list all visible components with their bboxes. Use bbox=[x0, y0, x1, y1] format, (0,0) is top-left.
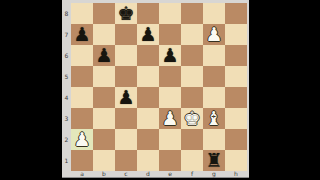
square-a6 bbox=[71, 45, 93, 66]
piece-black-king-c8: ♚ bbox=[115, 3, 137, 24]
square-g1: ♜ bbox=[203, 150, 225, 171]
square-a8 bbox=[71, 3, 93, 24]
rank-label-4: 4 bbox=[62, 87, 71, 108]
piece-black-pawn-d7: ♟ bbox=[137, 24, 159, 45]
square-b8 bbox=[93, 3, 115, 24]
piece-white-pawn-a2: ♟ bbox=[71, 129, 93, 150]
rank-label-7: 7 bbox=[62, 24, 71, 45]
square-b4 bbox=[93, 87, 115, 108]
piece-black-pawn-e6: ♟ bbox=[159, 45, 181, 66]
square-d8 bbox=[137, 3, 159, 24]
square-d6 bbox=[137, 45, 159, 66]
piece-white-king-f3: ♚ bbox=[181, 108, 203, 129]
rank-label-2: 2 bbox=[62, 129, 71, 150]
square-c5 bbox=[115, 66, 137, 87]
file-label-e: e bbox=[159, 170, 181, 177]
file-label-a: a bbox=[71, 170, 93, 177]
square-h1 bbox=[225, 150, 247, 171]
piece-white-bishop-g3: ♝ bbox=[203, 108, 225, 129]
square-g2 bbox=[203, 129, 225, 150]
square-h8 bbox=[225, 3, 247, 24]
piece-black-rook-g1: ♜ bbox=[203, 150, 225, 171]
file-label-b: b bbox=[93, 170, 115, 177]
square-b3 bbox=[93, 108, 115, 129]
square-c2 bbox=[115, 129, 137, 150]
square-d1 bbox=[137, 150, 159, 171]
file-label-f: f bbox=[181, 170, 203, 177]
square-e6: ♟ bbox=[159, 45, 181, 66]
square-h4 bbox=[225, 87, 247, 108]
rank-label-6: 6 bbox=[62, 45, 71, 66]
piece-black-pawn-a7: ♟ bbox=[71, 24, 93, 45]
rank-label-3: 3 bbox=[62, 108, 71, 129]
square-g7: ♟ bbox=[203, 24, 225, 45]
square-e2 bbox=[159, 129, 181, 150]
square-f6 bbox=[181, 45, 203, 66]
square-d4 bbox=[137, 87, 159, 108]
piece-white-pawn-g7: ♟ bbox=[203, 24, 225, 45]
square-e8 bbox=[159, 3, 181, 24]
rank-label-1: 1 bbox=[62, 150, 71, 171]
square-d5 bbox=[137, 66, 159, 87]
square-a5 bbox=[71, 66, 93, 87]
square-a7: ♟ bbox=[71, 24, 93, 45]
rank-label-5: 5 bbox=[62, 66, 71, 87]
square-h6 bbox=[225, 45, 247, 66]
square-g5 bbox=[203, 66, 225, 87]
square-e7 bbox=[159, 24, 181, 45]
file-label-h: h bbox=[225, 170, 247, 177]
chess-board: ♚♟♟♟♟♟♟♟♚♝♟♜ bbox=[71, 3, 247, 171]
square-h3 bbox=[225, 108, 247, 129]
rank-label-8: 8 bbox=[62, 3, 71, 24]
square-a4 bbox=[71, 87, 93, 108]
square-c3 bbox=[115, 108, 137, 129]
square-e3: ♟ bbox=[159, 108, 181, 129]
square-e1 bbox=[159, 150, 181, 171]
square-d2 bbox=[137, 129, 159, 150]
piece-black-pawn-c4: ♟ bbox=[115, 87, 137, 108]
square-c1 bbox=[115, 150, 137, 171]
piece-black-pawn-b6: ♟ bbox=[93, 45, 115, 66]
square-f1 bbox=[181, 150, 203, 171]
square-b1 bbox=[93, 150, 115, 171]
square-f2 bbox=[181, 129, 203, 150]
square-g6 bbox=[203, 45, 225, 66]
square-d3 bbox=[137, 108, 159, 129]
square-c7 bbox=[115, 24, 137, 45]
square-g8 bbox=[203, 3, 225, 24]
square-h2 bbox=[225, 129, 247, 150]
file-label-d: d bbox=[137, 170, 159, 177]
page-background: ♚♟♟♟♟♟♟♟♚♝♟♜ 87654321abcdefgh bbox=[0, 0, 320, 180]
square-a1 bbox=[71, 150, 93, 171]
square-f8 bbox=[181, 3, 203, 24]
square-e5 bbox=[159, 66, 181, 87]
square-f7 bbox=[181, 24, 203, 45]
square-b2 bbox=[93, 129, 115, 150]
square-f5 bbox=[181, 66, 203, 87]
square-c4: ♟ bbox=[115, 87, 137, 108]
board-frame: ♚♟♟♟♟♟♟♟♚♝♟♜ 87654321abcdefgh bbox=[62, 0, 249, 177]
square-h7 bbox=[225, 24, 247, 45]
square-f4 bbox=[181, 87, 203, 108]
piece-white-pawn-e3: ♟ bbox=[159, 108, 181, 129]
square-g3: ♝ bbox=[203, 108, 225, 129]
square-h5 bbox=[225, 66, 247, 87]
square-c6 bbox=[115, 45, 137, 66]
square-f3: ♚ bbox=[181, 108, 203, 129]
square-a3 bbox=[71, 108, 93, 129]
square-a2: ♟ bbox=[71, 129, 93, 150]
file-label-g: g bbox=[203, 170, 225, 177]
square-g4 bbox=[203, 87, 225, 108]
file-label-c: c bbox=[115, 170, 137, 177]
square-b5 bbox=[93, 66, 115, 87]
square-b7 bbox=[93, 24, 115, 45]
square-c8: ♚ bbox=[115, 3, 137, 24]
square-d7: ♟ bbox=[137, 24, 159, 45]
square-b6: ♟ bbox=[93, 45, 115, 66]
square-e4 bbox=[159, 87, 181, 108]
